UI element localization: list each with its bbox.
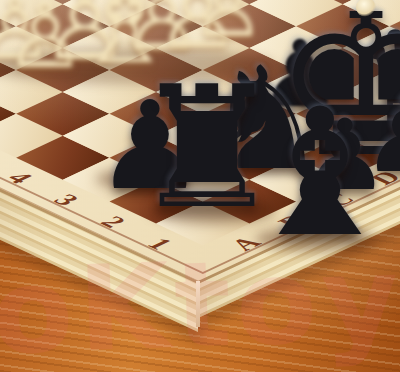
- box-corner-seam: [196, 281, 200, 327]
- chess-set-photo: ABCDEFGH12345678 ♙♙♙♗♙♙♙♟♜♞♟♝♚♟♛♟ oKtoy: [0, 0, 400, 372]
